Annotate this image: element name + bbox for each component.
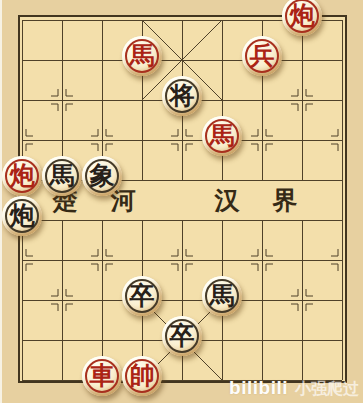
piece-black-soldier[interactable]: 卒 [122,276,162,316]
piece-red-cannon[interactable]: 炮 [282,0,322,36]
piece-glyph: 車 [90,363,115,388]
piece-glyph: 卒 [170,323,195,348]
watermark: bilibili 小强爬过 [229,377,362,400]
piece-glyph: 馬 [210,283,235,308]
piece-red-horse[interactable]: 馬 [202,116,242,156]
piece-red-horse[interactable]: 馬 [122,36,162,76]
piece-black-soldier[interactable]: 卒 [162,316,202,356]
piece-glyph: 馬 [210,123,235,148]
piece-black-horse[interactable]: 馬 [202,276,242,316]
piece-red-chariot[interactable]: 車 [82,356,122,396]
piece-glyph: 馬 [50,163,75,188]
piece-black-horse[interactable]: 馬 [42,156,82,196]
piece-red-soldier[interactable]: 兵 [242,36,282,76]
piece-black-cannon[interactable]: 炮 [2,196,42,236]
river-label-jie: 界 [272,184,298,217]
piece-glyph: 兵 [250,43,275,68]
piece-red-cannon[interactable]: 炮 [2,156,42,196]
watermark-caption: 小强爬过 [295,379,359,400]
piece-glyph: 象 [90,163,115,188]
piece-glyph: 炮 [10,163,35,188]
piece-glyph: 帥 [130,363,155,388]
piece-glyph: 将 [170,83,195,108]
piece-glyph: 炮 [10,203,35,228]
piece-black-general[interactable]: 将 [162,76,202,116]
xiangqi-board: 炮馬兵将馬炮馬象炮卒馬卒車帥 楚 河 汉 界 bilibili 小强爬过 [0,0,363,403]
piece-glyph: 炮 [290,3,315,28]
river-label-han: 汉 [214,184,240,217]
piece-black-elephant[interactable]: 象 [82,156,122,196]
bilibili-logo: bilibili [229,377,288,399]
piece-red-general[interactable]: 帥 [122,356,162,396]
piece-glyph: 馬 [130,43,155,68]
piece-glyph: 卒 [130,283,155,308]
